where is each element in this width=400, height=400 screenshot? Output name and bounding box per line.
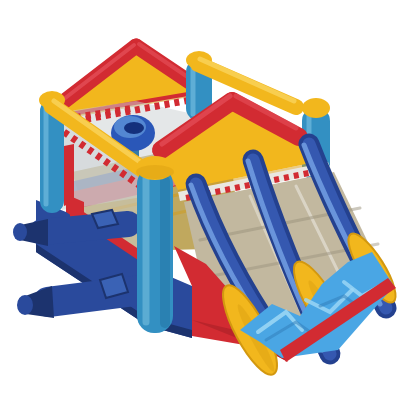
product-photo (0, 0, 400, 400)
front-corner-trim (64, 144, 74, 206)
bounce-house-illustration (0, 0, 400, 400)
corner-post-front (136, 156, 174, 333)
slide (158, 96, 400, 381)
post-cap (302, 98, 330, 118)
